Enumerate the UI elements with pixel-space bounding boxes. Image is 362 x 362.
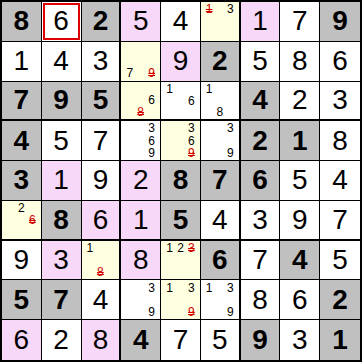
cell-r3c8[interactable]: 2: [280, 82, 320, 122]
given-digit: 2: [252, 127, 268, 155]
cell-r3c7[interactable]: 4: [241, 82, 281, 122]
given-digit: 2: [93, 7, 109, 35]
cell-r3c3[interactable]: 5: [82, 82, 122, 122]
entered-digit: 8: [133, 246, 149, 274]
cell-r9c1[interactable]: 6: [2, 320, 42, 360]
cell-r1c8[interactable]: 7: [280, 2, 320, 42]
cell-r2c9[interactable]: 6: [320, 42, 360, 82]
cell-r9c5[interactable]: 7: [161, 320, 201, 360]
candidate: 3: [186, 282, 197, 294]
given-digit: 1: [332, 326, 348, 354]
given-digit: 7: [14, 86, 30, 114]
eliminated-candidate: 1: [204, 3, 215, 15]
entered-digit: 5: [292, 166, 308, 194]
given-digit: 5: [173, 206, 189, 234]
cell-r1c7[interactable]: 1: [241, 2, 281, 42]
given-digit: 4: [292, 246, 308, 274]
entered-digit: 3: [252, 206, 268, 234]
entered-digit: 7: [332, 206, 348, 234]
cell-r1c3[interactable]: 2: [82, 2, 122, 42]
cell-r9c7[interactable]: 9: [241, 320, 281, 360]
given-digit: 2: [212, 47, 228, 75]
entered-digit: 9: [173, 47, 189, 75]
candidate: 9: [225, 306, 236, 318]
cell-r8c8[interactable]: 6: [280, 280, 320, 320]
cell-r7c9[interactable]: 5: [320, 241, 360, 281]
cell-r5c5[interactable]: 8: [161, 161, 201, 201]
cell-r9c6[interactable]: 5: [201, 320, 241, 360]
entered-digit: 9: [93, 166, 109, 194]
cell-r4c3[interactable]: 7: [82, 121, 122, 161]
cell-r7c8[interactable]: 4: [280, 241, 320, 281]
cell-r1c5[interactable]: 4: [161, 2, 201, 42]
cell-r1c9[interactable]: 9: [320, 2, 360, 42]
entered-digit: 4: [332, 166, 348, 194]
cell-r8c2[interactable]: 7: [42, 280, 82, 320]
candidate: 2: [16, 202, 27, 214]
eliminated-candidate: 8: [95, 266, 106, 278]
candidate: 1: [204, 83, 215, 95]
eliminated-candidate: 3: [186, 242, 197, 254]
cell-r7c6[interactable]: 6: [201, 241, 241, 281]
given-digit: 8: [173, 166, 189, 194]
entered-digit: 8: [332, 127, 348, 155]
cell-r2c6[interactable]: 2: [201, 42, 241, 82]
given-digit: 5: [93, 86, 109, 114]
cell-r8c3[interactable]: 4: [82, 280, 122, 320]
cell-r8c1[interactable]: 5: [2, 280, 42, 320]
cell-r7c2[interactable]: 3: [42, 241, 82, 281]
entered-digit: 6: [93, 206, 109, 234]
cell-r6c6[interactable]: 4: [201, 201, 241, 241]
entered-digit: 1: [133, 206, 149, 234]
entered-digit: 6: [53, 7, 69, 35]
entered-digit: 4: [53, 47, 69, 75]
cell-r6c1[interactable]: 26: [2, 201, 42, 241]
cell-r7c1[interactable]: 9: [2, 241, 42, 281]
given-digit: 3: [14, 166, 30, 194]
entered-digit: 3: [292, 326, 308, 354]
cell-r8c7[interactable]: 8: [241, 280, 281, 320]
entered-digit: 2: [53, 326, 69, 354]
entered-digit: 9: [14, 246, 30, 274]
cell-r2c2[interactable]: 4: [42, 42, 82, 82]
cell-r4c8[interactable]: 1: [280, 121, 320, 161]
candidate: 9: [146, 147, 157, 159]
cell-r5c7[interactable]: 6: [241, 161, 281, 201]
cell-r6c5[interactable]: 5: [161, 201, 201, 241]
eliminated-candidate: 9: [186, 306, 197, 318]
cell-r2c4[interactable]: 79: [121, 42, 161, 82]
candidate: 6: [146, 94, 157, 106]
candidate: 9: [225, 147, 236, 159]
candidate: 8: [214, 106, 225, 118]
cell-r5c8[interactable]: 5: [280, 161, 320, 201]
cell-r4c5[interactable]: 369: [161, 121, 201, 161]
cell-r6c9[interactable]: 7: [320, 201, 360, 241]
entered-digit: 1: [14, 47, 30, 75]
eliminated-candidate: 9: [186, 147, 197, 159]
entered-digit: 8: [93, 326, 109, 354]
cell-r4c1[interactable]: 4: [2, 121, 42, 161]
entered-digit: 8: [252, 286, 268, 314]
candidate: 3: [225, 3, 236, 15]
cell-r1c6[interactable]: 13: [201, 2, 241, 42]
given-digit: 9: [252, 326, 268, 354]
entered-digit: 3: [93, 47, 109, 75]
cell-r1c4[interactable]: 5: [121, 2, 161, 42]
cell-r7c5[interactable]: 123: [161, 241, 201, 281]
cell-r2c1[interactable]: 1: [2, 42, 42, 82]
cell-r6c3[interactable]: 6: [82, 201, 122, 241]
given-digit: 5: [14, 286, 30, 314]
cell-r7c3[interactable]: 18: [82, 241, 122, 281]
cell-r1c2[interactable]: 6: [42, 2, 82, 42]
cell-r6c8[interactable]: 9: [280, 201, 320, 241]
given-digit: 4: [133, 326, 149, 354]
cell-r2c7[interactable]: 5: [241, 42, 281, 82]
cell-r4c4[interactable]: 369: [121, 121, 161, 161]
cell-r7c4[interactable]: 8: [121, 241, 161, 281]
cell-r6c7[interactable]: 3: [241, 201, 281, 241]
cell-r8c5[interactable]: 139: [161, 280, 201, 320]
entered-digit: 1: [53, 166, 69, 194]
cell-r8c6[interactable]: 139: [201, 280, 241, 320]
given-digit: 7: [53, 286, 69, 314]
entered-digit: 3: [53, 246, 69, 274]
given-digit: 6: [212, 246, 228, 274]
given-digit: 4: [252, 86, 268, 114]
entered-digit: 1: [252, 7, 268, 35]
candidate: 3: [186, 122, 197, 134]
cell-r5c2[interactable]: 1: [42, 161, 82, 201]
entered-digit: 9: [292, 206, 308, 234]
cell-r5c4[interactable]: 2: [121, 161, 161, 201]
cell-r4c6[interactable]: 39: [201, 121, 241, 161]
entered-digit: 4: [212, 206, 228, 234]
cell-r5c1[interactable]: 3: [2, 161, 42, 201]
entered-digit: 5: [252, 47, 268, 75]
cell-r3c1[interactable]: 7: [2, 82, 42, 122]
entered-digit: 5: [332, 246, 348, 274]
entered-digit: 7: [173, 326, 189, 354]
entered-digit: 4: [173, 7, 189, 35]
cell-r3c9[interactable]: 3: [320, 82, 360, 122]
entered-digit: 4: [93, 286, 109, 314]
cell-r7c7[interactable]: 7: [241, 241, 281, 281]
cell-r3c6[interactable]: 18: [201, 82, 241, 122]
cell-r3c2[interactable]: 9: [42, 82, 82, 122]
entered-digit: 6: [332, 47, 348, 75]
cell-r5c9[interactable]: 4: [320, 161, 360, 201]
entered-digit: 7: [292, 7, 308, 35]
eliminated-candidate: 9: [146, 67, 157, 79]
entered-digit: 7: [252, 246, 268, 274]
cell-r4c2[interactable]: 5: [42, 121, 82, 161]
given-digit: 8: [14, 7, 30, 35]
cell-r1c1[interactable]: 8: [2, 2, 42, 42]
candidate: 1: [164, 83, 175, 95]
candidate: 7: [124, 67, 135, 79]
cell-r6c2[interactable]: 8: [42, 201, 82, 241]
eliminated-candidate: 8: [135, 106, 146, 118]
entered-digit: 5: [133, 7, 149, 35]
cell-r5c6[interactable]: 7: [201, 161, 241, 201]
entered-digit: 6: [14, 326, 30, 354]
cell-r4c9[interactable]: 8: [320, 121, 360, 161]
given-digit: 9: [53, 86, 69, 114]
candidate: 6: [186, 95, 197, 107]
candidate: 3: [146, 282, 157, 294]
given-digit: 1: [292, 127, 308, 155]
cell-r9c2[interactable]: 2: [42, 320, 82, 360]
cell-r9c8[interactable]: 3: [280, 320, 320, 360]
candidate: 1: [164, 242, 175, 254]
cell-r9c9[interactable]: 1: [320, 320, 360, 360]
given-digit: 6: [252, 166, 268, 194]
cell-r8c4[interactable]: 39: [121, 280, 161, 320]
candidate: 3: [225, 122, 236, 134]
candidate: 6: [186, 135, 197, 147]
cell-r3c4[interactable]: 68: [121, 82, 161, 122]
candidate: 1: [204, 282, 215, 294]
entered-digit: 5: [212, 326, 228, 354]
candidate: 1: [164, 282, 175, 294]
cell-r2c3[interactable]: 3: [82, 42, 122, 82]
cell-r2c8[interactable]: 8: [280, 42, 320, 82]
candidate: 3: [225, 282, 236, 294]
entered-digit: 2: [133, 166, 149, 194]
cell-r9c4[interactable]: 4: [121, 320, 161, 360]
cell-r6c4[interactable]: 1: [121, 201, 161, 241]
cell-r9c3[interactable]: 8: [82, 320, 122, 360]
given-digit: 2: [332, 286, 348, 314]
entered-digit: 3: [332, 86, 348, 114]
candidate: 1: [85, 242, 96, 254]
candidate: 2: [175, 242, 186, 254]
entered-digit: 7: [93, 127, 109, 155]
given-digit: 9: [332, 7, 348, 35]
eliminated-candidate: 6: [27, 214, 38, 226]
given-digit: 7: [212, 166, 228, 194]
entered-digit: 6: [292, 286, 308, 314]
entered-digit: 2: [292, 86, 308, 114]
cell-r8c9[interactable]: 2: [320, 280, 360, 320]
cell-r4c7[interactable]: 2: [241, 121, 281, 161]
cell-r3c5[interactable]: 16: [161, 82, 201, 122]
given-digit: 4: [14, 127, 30, 155]
candidate: 9: [146, 306, 157, 318]
entered-digit: 8: [292, 47, 308, 75]
cell-r2c5[interactable]: 9: [161, 42, 201, 82]
candidate: 3: [146, 122, 157, 134]
candidate: 6: [146, 135, 157, 147]
given-digit: 8: [53, 206, 69, 234]
sudoku-board: 8625413179143799258679568161842345736936…: [0, 0, 362, 362]
entered-digit: 5: [53, 127, 69, 155]
cell-r5c3[interactable]: 9: [82, 161, 122, 201]
